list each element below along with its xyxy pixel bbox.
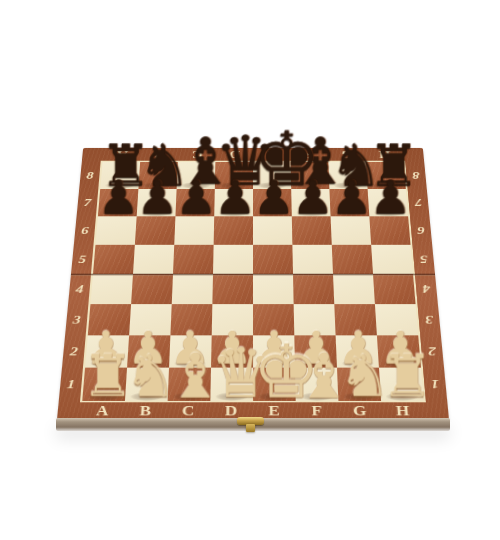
piece-shadow [216,392,248,400]
piece-shadow [143,182,172,189]
piece-shadow [180,209,209,216]
piece-shadow [258,359,290,367]
piece-white-bishop-c1: ♝ [167,344,210,406]
piece-shadow [296,182,325,189]
file-label-bottom-b: B [124,403,168,418]
piece-white-bishop-f1: ♝ [296,344,339,406]
rank-label-right-8: 8 [406,162,425,189]
piece-shadow [343,392,375,400]
rank-label-left-1: 1 [60,368,82,401]
file-label-top-c: C [178,148,216,160]
piece-shadow [335,209,364,216]
piece-shadow [258,182,287,189]
piece-shadow [296,209,325,216]
rank-label-left-8: 8 [80,162,99,189]
piece-shadow [384,359,416,367]
piece-shadow [174,359,206,367]
piece-shadow [334,182,363,189]
piece-shadow [258,392,290,400]
piece-shadow [142,209,171,216]
piece-shadow [173,392,205,400]
file-label-top-f: F [290,148,328,160]
rank-label-right-6: 6 [411,216,431,244]
piece-shadow [220,182,249,189]
rank-label-left-7: 7 [78,189,98,217]
file-label-bottom-f: F [296,403,339,418]
piece-shadow [88,392,121,400]
piece-shadow [219,209,248,216]
piece-shadow [90,359,122,367]
file-label-bottom-c: C [167,403,210,418]
rank-label-right-4: 4 [416,274,437,304]
piece-shadow [374,209,404,216]
piece-shadow [181,182,210,189]
piece-white-queen-d1: ♛ [210,339,253,408]
rank-label-left-5: 5 [72,245,93,274]
file-label-top-h: H [365,148,403,160]
chess-board: 87654321 87654321 ABCDEFGH ABCDEFGH ♜♞♝♛… [57,148,449,420]
rank-label-right-5: 5 [413,245,434,274]
file-label-top-d: D [215,148,253,160]
file-label-bottom-h: H [381,403,425,418]
file-label-top-b: B [140,148,178,160]
piece-shadow [258,209,287,216]
rank-label-right-1: 1 [424,368,446,401]
pieces-layer: ♜♞♝♛♚♝♞♜♟♟♟♟♟♟♟♟♟♟♟♟♟♟♟♟♜♞♝♛♚♝♞♜ [82,162,424,401]
rank-label-left-2: 2 [63,335,85,367]
piece-shadow [342,359,374,367]
piece-shadow [103,209,133,216]
piece-shadow [372,182,401,189]
latch-tab [246,424,255,432]
file-label-bottom-a: A [81,403,125,418]
rank-label-left-4: 4 [69,274,90,304]
brass-latch-icon [237,415,264,432]
file-label-bottom-g: G [338,403,382,418]
file-label-top-e: E [253,148,291,160]
rank-label-right-3: 3 [419,304,440,335]
rank-label-left-3: 3 [66,304,87,335]
piece-shadow [300,359,332,367]
file-label-top-a: A [103,148,141,160]
piece-shadow [301,392,333,400]
piece-shadow [132,359,164,367]
piece-shadow [105,182,134,189]
piece-shadow [216,359,248,367]
piece-shadow [130,392,162,400]
rank-label-left-6: 6 [75,216,95,244]
file-label-top-g: G [328,148,366,160]
rank-label-right-2: 2 [421,335,443,367]
rank-label-right-7: 7 [409,189,429,217]
piece-shadow [386,392,419,400]
product-photo-scene: 87654321 87654321 ABCDEFGH ABCDEFGH ♜♞♝♛… [0,0,500,540]
